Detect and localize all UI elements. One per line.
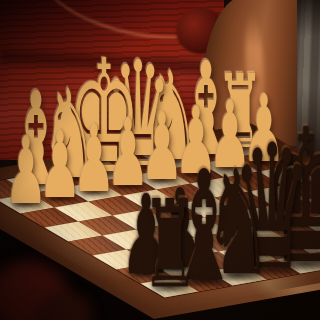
- piece-black-rook-h8[interactable]: ♜: [142, 185, 198, 305]
- photo-scene: ♜♝♞♛♚♞♝♟♟♟♟♟♟♟♟♜♝♞♛♚♟♟: [0, 0, 320, 320]
- piece-white-pawn-h2[interactable]: ♟: [4, 125, 47, 218]
